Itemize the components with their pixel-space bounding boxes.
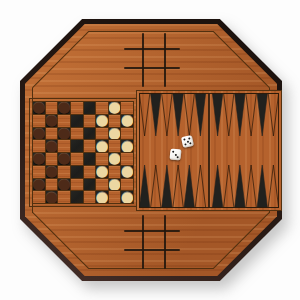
checkers-square-r7c7[interactable]: ● [109, 179, 121, 191]
checkers-square-r8c2[interactable]: ● [46, 191, 58, 203]
checker-piece-light[interactable]: ● [109, 153, 121, 165]
tictactoe-line [142, 215, 144, 269]
backgammon-point-top-9[interactable] [235, 94, 245, 137]
checkers-square-r8c6[interactable]: ● [96, 191, 108, 203]
die-pip [186, 140, 189, 143]
backgammon-point-top-1[interactable] [139, 94, 149, 137]
checkers-square-r3c7[interactable]: ● [109, 128, 121, 140]
checkers-square-r5c6[interactable] [96, 153, 108, 165]
backgammon-board [136, 90, 282, 211]
checkers-square-r1c8[interactable] [121, 102, 133, 114]
checkers-square-r1c7[interactable]: ● [109, 102, 121, 114]
checkers-square-r6c8[interactable]: ● [121, 166, 133, 178]
checkers-square-r1c6[interactable] [96, 102, 108, 114]
checkers-square-r5c1[interactable]: ● [33, 153, 45, 165]
backgammon-point-top-7[interactable] [212, 94, 222, 137]
tictactoe-line [124, 249, 180, 251]
checkers-square-r1c2[interactable] [46, 102, 58, 114]
tictactoe-line [164, 215, 166, 269]
backgammon-point-top-5[interactable] [184, 94, 194, 137]
checkers-square-r4c3[interactable] [58, 140, 70, 152]
checkers-square-r4c7[interactable] [109, 140, 121, 152]
checker-piece-dark[interactable]: ● [58, 128, 70, 140]
checker-piece-dark[interactable]: ● [58, 153, 70, 165]
checkers-square-r2c5[interactable] [84, 115, 96, 127]
checker-piece-light[interactable]: ● [109, 128, 121, 140]
backgammon-point-top-11[interactable] [257, 94, 267, 137]
backgammon-point-bottom-5[interactable] [184, 165, 194, 208]
backgammon-point-bottom-9[interactable] [235, 165, 245, 208]
checkers-square-r3c6[interactable] [96, 128, 108, 140]
checkers-square-r5c3[interactable]: ● [58, 153, 70, 165]
photo-stage: ●●●●●●●●●●●●●●●●●●●●●●●● [0, 0, 300, 300]
die-2-value-3[interactable] [169, 148, 181, 160]
backgammon-point-bottom-7[interactable] [212, 165, 222, 208]
backgammon-points [139, 93, 279, 208]
checkers-square-r4c6[interactable]: ● [96, 140, 108, 152]
die-pip [184, 143, 187, 146]
checkers-square-r1c1[interactable]: ● [33, 102, 45, 114]
checker-piece-light[interactable]: ● [121, 140, 133, 152]
checkers-square-r3c4[interactable] [71, 128, 83, 140]
checkers-square-r6c5[interactable] [84, 166, 96, 178]
tictactoe-line [124, 230, 180, 232]
backgammon-point-bottom-8[interactable] [224, 165, 234, 208]
checkers-grid: ●●●●●●●●●●●●●●●●●●●●●●●● [32, 101, 134, 204]
checkers-square-r5c7[interactable]: ● [109, 153, 121, 165]
checkers-square-r6c7[interactable] [109, 166, 121, 178]
checkers-square-r4c2[interactable]: ● [46, 140, 58, 152]
checkers-square-r2c3[interactable] [58, 115, 70, 127]
tictactoe-grid-top [122, 32, 182, 88]
checkers-square-r4c5[interactable] [84, 140, 96, 152]
backgammon-point-bottom-6[interactable] [195, 165, 205, 208]
checker-piece-dark[interactable]: ● [33, 153, 45, 165]
tictactoe-line [124, 67, 180, 69]
tictactoe-line [142, 33, 144, 87]
die-pip [172, 150, 174, 152]
backgammon-point-bottom-2[interactable] [151, 165, 161, 208]
backgammon-point-bottom-3[interactable] [162, 165, 172, 208]
checker-piece-light[interactable]: ● [121, 191, 133, 203]
checker-piece-dark[interactable]: ● [46, 191, 58, 203]
checker-piece-light[interactable]: ● [96, 191, 108, 203]
checkers-square-r1c5[interactable] [84, 102, 96, 114]
die-pip [177, 156, 179, 158]
backgammon-point-top-2[interactable] [151, 94, 161, 137]
backgammon-point-top-4[interactable] [173, 94, 183, 137]
checkers-square-r7c5[interactable] [84, 179, 96, 191]
checkers-square-r7c1[interactable]: ● [33, 179, 45, 191]
backgammon-point-top-3[interactable] [162, 94, 172, 137]
checker-piece-light[interactable]: ● [96, 140, 108, 152]
checkers-square-r2c8[interactable]: ● [121, 115, 133, 127]
checkers-square-r7c8[interactable] [121, 179, 133, 191]
checkers-square-r2c2[interactable]: ● [46, 115, 58, 127]
checker-piece-dark[interactable]: ● [46, 140, 58, 152]
checkers-square-r3c5[interactable] [84, 128, 96, 140]
backgammon-point-bottom-12[interactable] [268, 165, 278, 208]
checker-piece-dark[interactable]: ● [33, 179, 45, 191]
checker-piece-dark[interactable]: ● [58, 179, 70, 191]
checkers-square-r6c1[interactable] [33, 166, 45, 178]
checkers-square-r4c8[interactable]: ● [121, 140, 133, 152]
backgammon-point-bottom-10[interactable] [246, 165, 256, 208]
die-pip [183, 138, 186, 141]
checker-piece-light[interactable]: ● [121, 166, 133, 178]
checkers-square-r3c3[interactable]: ● [58, 128, 70, 140]
checker-piece-dark[interactable]: ● [58, 102, 70, 114]
die-pip [188, 137, 191, 140]
checkers-square-r5c5[interactable] [84, 153, 96, 165]
checkers-square-r5c4[interactable] [71, 153, 83, 165]
tictactoe-line [164, 33, 166, 87]
checkers-square-r4c1[interactable] [33, 140, 45, 152]
tictactoe-grid-bottom [122, 214, 182, 270]
backgammon-point-top-6[interactable] [195, 94, 205, 137]
checkers-square-r8c7[interactable] [109, 191, 121, 203]
checker-piece-light[interactable]: ● [96, 166, 108, 178]
checkers-board: ●●●●●●●●●●●●●●●●●●●●●●●● [29, 98, 137, 207]
checkers-square-r5c2[interactable] [46, 153, 58, 165]
checkers-square-r2c6[interactable]: ● [96, 115, 108, 127]
checker-piece-dark[interactable]: ● [46, 115, 58, 127]
checkers-square-r6c6[interactable]: ● [96, 166, 108, 178]
checkers-square-r2c7[interactable] [109, 115, 121, 127]
checkers-square-r3c1[interactable]: ● [33, 128, 45, 140]
backgammon-point-top-10[interactable] [246, 94, 256, 137]
checkers-square-r6c3[interactable] [58, 166, 70, 178]
checkers-square-r2c4[interactable] [71, 115, 83, 127]
checkers-square-r2c1[interactable] [33, 115, 45, 127]
backgammon-point-bottom-4[interactable] [173, 165, 183, 208]
checkers-square-r8c3[interactable] [58, 191, 70, 203]
checkers-square-r3c2[interactable] [46, 128, 58, 140]
backgammon-point-bottom-11[interactable] [257, 165, 267, 208]
checker-piece-light[interactable]: ● [96, 115, 108, 127]
tictactoe-line [124, 48, 180, 50]
checkers-square-r7c6[interactable] [96, 179, 108, 191]
checkers-square-r7c4[interactable] [71, 179, 83, 191]
checkers-square-r5c8[interactable] [121, 153, 133, 165]
checkers-square-r4c4[interactable] [71, 140, 83, 152]
backgammon-point-bottom-1[interactable] [139, 165, 149, 208]
checkers-square-r7c2[interactable] [46, 179, 58, 191]
die-pip [174, 153, 176, 155]
checker-piece-light[interactable]: ● [109, 179, 121, 191]
checkers-square-r1c4[interactable] [71, 102, 83, 114]
checkers-square-r8c4[interactable] [71, 191, 83, 203]
checker-piece-dark[interactable]: ● [46, 166, 58, 178]
checkers-square-r6c2[interactable]: ● [46, 166, 58, 178]
die-1-value-5[interactable] [181, 135, 194, 148]
checkers-square-r6c4[interactable] [71, 166, 83, 178]
checkers-square-r3c8[interactable] [121, 128, 133, 140]
checkers-square-r1c3[interactable]: ● [58, 102, 70, 114]
die-pip [189, 142, 192, 145]
checker-piece-dark[interactable]: ● [33, 102, 45, 114]
checker-piece-dark[interactable]: ● [33, 128, 45, 140]
checker-piece-light[interactable]: ● [109, 102, 121, 114]
checkers-square-r8c8[interactable]: ● [121, 191, 133, 203]
checkers-square-r8c5[interactable] [84, 191, 96, 203]
backgammon-point-top-12[interactable] [268, 94, 278, 137]
checkers-square-r7c3[interactable]: ● [58, 179, 70, 191]
checker-piece-light[interactable]: ● [121, 115, 133, 127]
backgammon-point-top-8[interactable] [224, 94, 234, 137]
checkers-square-r8c1[interactable] [33, 191, 45, 203]
